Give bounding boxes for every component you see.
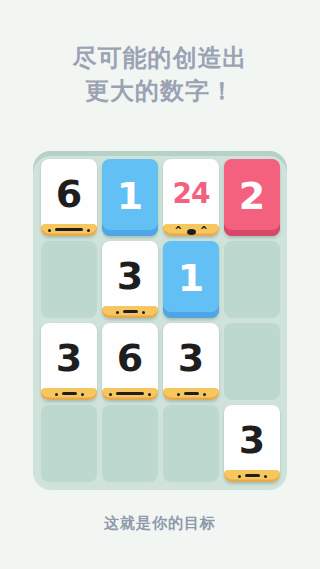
cell-r4c2 bbox=[102, 405, 158, 482]
tile-24[interactable]: 24^^ bbox=[163, 159, 219, 236]
tile-number: 2 bbox=[239, 174, 265, 218]
sleepy-face-icon bbox=[224, 470, 280, 482]
cell-r3c4 bbox=[224, 323, 280, 400]
sleepy-face-icon bbox=[41, 224, 97, 236]
tile-number: 24 bbox=[173, 177, 210, 210]
tile-3[interactable]: 3 bbox=[163, 323, 219, 400]
tile-number: 3 bbox=[239, 418, 265, 462]
cell-r2c1 bbox=[41, 241, 97, 318]
tutorial-title-line2: 更大的数字！ bbox=[0, 74, 320, 107]
tile-number: 6 bbox=[56, 172, 82, 216]
game-board[interactable]: 6124^^2313633 bbox=[33, 151, 287, 490]
goal-caption: 这就是你的目标 bbox=[0, 514, 320, 533]
sleepy-face-icon bbox=[41, 388, 97, 400]
tile-3[interactable]: 3 bbox=[41, 323, 97, 400]
sleepy-face-icon bbox=[102, 306, 158, 318]
tutorial-title-line1: 尽可能的创造出 bbox=[0, 41, 320, 74]
tutorial-title: 尽可能的创造出 更大的数字！ bbox=[0, 41, 320, 107]
threes-tutorial-screen: 尽可能的创造出 更大的数字！ 6124^^2313633 这就是你的目标 bbox=[0, 0, 320, 569]
tile-2[interactable]: 2 bbox=[224, 159, 280, 236]
cell-r2c4 bbox=[224, 241, 280, 318]
excited-face-icon: ^^ bbox=[163, 224, 219, 236]
tile-number: 3 bbox=[117, 254, 143, 298]
tile-number: 6 bbox=[117, 336, 143, 380]
cell-r4c1 bbox=[41, 405, 97, 482]
tile-3[interactable]: 3 bbox=[102, 241, 158, 318]
tile-3[interactable]: 3 bbox=[224, 405, 280, 482]
sleepy-face-icon bbox=[163, 388, 219, 400]
tile-number: 3 bbox=[178, 336, 204, 380]
tile-6[interactable]: 6 bbox=[41, 159, 97, 236]
tile-6[interactable]: 6 bbox=[102, 323, 158, 400]
sleepy-face-icon bbox=[102, 388, 158, 400]
tile-number: 3 bbox=[56, 336, 82, 380]
cell-r4c3 bbox=[163, 405, 219, 482]
tile-1[interactable]: 1 bbox=[102, 159, 158, 236]
tile-number: 1 bbox=[117, 174, 143, 218]
tile-1[interactable]: 1 bbox=[163, 241, 219, 318]
tile-number: 1 bbox=[178, 256, 204, 300]
